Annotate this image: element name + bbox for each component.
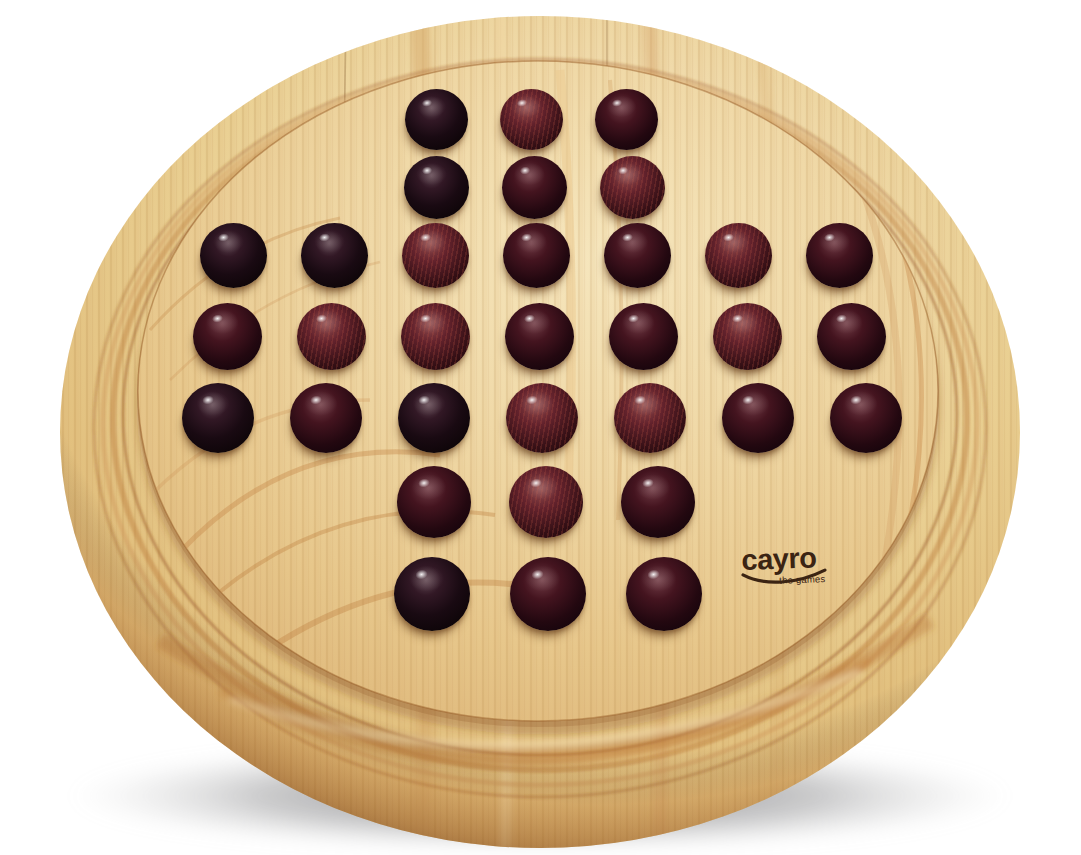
marble-e7[interactable] xyxy=(626,557,702,631)
marble-a3[interactable] xyxy=(200,223,267,288)
marble-e4[interactable] xyxy=(609,303,678,370)
marble-b3[interactable] xyxy=(301,223,368,288)
marble-f4[interactable] xyxy=(713,303,782,370)
marble-c7[interactable] xyxy=(394,557,470,631)
marble-a5[interactable] xyxy=(182,383,254,453)
marble-c4[interactable] xyxy=(401,303,470,370)
marble-layer xyxy=(0,0,1081,855)
marble-g4[interactable] xyxy=(817,303,886,370)
marble-c3[interactable] xyxy=(402,223,469,288)
marble-d3[interactable] xyxy=(503,223,570,288)
marble-e5[interactable] xyxy=(614,383,686,453)
marble-f3[interactable] xyxy=(705,223,772,288)
marble-e2[interactable] xyxy=(600,156,665,219)
marble-a4[interactable] xyxy=(193,303,262,370)
marble-d7[interactable] xyxy=(510,557,586,631)
marble-c5[interactable] xyxy=(398,383,470,453)
marble-d1[interactable] xyxy=(500,89,563,150)
marble-d2[interactable] xyxy=(502,156,567,219)
marble-c6[interactable] xyxy=(397,466,471,538)
marble-d5[interactable] xyxy=(506,383,578,453)
marble-d6[interactable] xyxy=(509,466,583,538)
marble-b4[interactable] xyxy=(297,303,366,370)
marble-b5[interactable] xyxy=(290,383,362,453)
marble-c1[interactable] xyxy=(405,89,468,150)
marble-g5[interactable] xyxy=(830,383,902,453)
marble-e6[interactable] xyxy=(621,466,695,538)
marble-g3[interactable] xyxy=(806,223,873,288)
marble-f5[interactable] xyxy=(722,383,794,453)
marble-d4[interactable] xyxy=(505,303,574,370)
marble-e1[interactable] xyxy=(595,89,658,150)
marble-e3[interactable] xyxy=(604,223,671,288)
solitaire-board-photo: cayro the games xyxy=(0,0,1081,855)
marble-c2[interactable] xyxy=(404,156,469,219)
